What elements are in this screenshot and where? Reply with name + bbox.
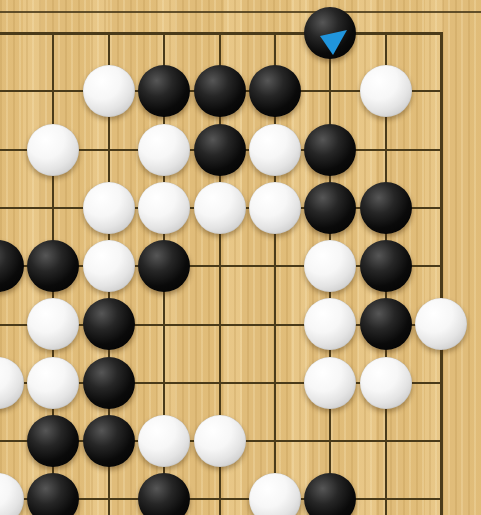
intersection-c7-r5[interactable] <box>358 295 413 353</box>
intersection-c8-r0[interactable] <box>413 4 468 62</box>
intersection-c1-r1[interactable] <box>26 62 81 120</box>
intersection-c2-r4[interactable] <box>81 237 136 295</box>
intersection-c5-r6[interactable] <box>247 354 302 412</box>
intersection-c7-r0[interactable] <box>358 4 413 62</box>
intersection-c7-r2[interactable] <box>358 120 413 178</box>
intersection-c6-r7[interactable] <box>303 412 358 470</box>
white-stone <box>27 357 79 409</box>
black-stone <box>83 415 135 467</box>
white-stone <box>304 240 356 292</box>
intersection-c0-r4[interactable] <box>0 237 26 295</box>
intersection-c2-r6[interactable] <box>81 354 136 412</box>
intersection-c7-r4[interactable] <box>358 237 413 295</box>
white-stone <box>138 415 190 467</box>
intersection-c6-r2[interactable] <box>303 120 358 178</box>
white-stone <box>304 357 356 409</box>
white-stone <box>360 65 412 117</box>
intersection-c0-r8[interactable] <box>0 470 26 515</box>
black-stone <box>27 415 79 467</box>
board-grid <box>0 4 469 515</box>
intersection-c7-r6[interactable] <box>358 354 413 412</box>
intersection-c4-r3[interactable] <box>192 179 247 237</box>
intersection-c8-r3[interactable] <box>413 179 468 237</box>
intersection-c6-r5[interactable] <box>303 295 358 353</box>
intersection-c1-r5[interactable] <box>26 295 81 353</box>
black-stone <box>194 124 246 176</box>
intersection-c6-r4[interactable] <box>303 237 358 295</box>
intersection-c4-r8[interactable] <box>192 470 247 515</box>
intersection-c5-r1[interactable] <box>247 62 302 120</box>
intersection-c3-r8[interactable] <box>136 470 191 515</box>
intersection-c2-r1[interactable] <box>81 62 136 120</box>
intersection-c8-r2[interactable] <box>413 120 468 178</box>
black-stone <box>360 298 412 350</box>
black-stone <box>83 357 135 409</box>
intersection-c1-r0[interactable] <box>26 4 81 62</box>
black-stone <box>360 240 412 292</box>
intersection-c1-r2[interactable] <box>26 120 81 178</box>
black-stone <box>138 240 190 292</box>
intersection-c5-r7[interactable] <box>247 412 302 470</box>
intersection-c5-r8[interactable] <box>247 470 302 515</box>
white-stone <box>138 124 190 176</box>
intersection-c0-r0[interactable] <box>0 4 26 62</box>
black-stone <box>360 182 412 234</box>
intersection-c8-r4[interactable] <box>413 237 468 295</box>
white-stone <box>83 65 135 117</box>
intersection-c4-r2[interactable] <box>192 120 247 178</box>
intersection-c8-r8[interactable] <box>413 470 468 515</box>
intersection-c8-r7[interactable] <box>413 412 468 470</box>
white-stone <box>27 124 79 176</box>
black-stone <box>83 298 135 350</box>
intersection-c5-r5[interactable] <box>247 295 302 353</box>
intersection-c5-r0[interactable] <box>247 4 302 62</box>
intersection-c7-r1[interactable] <box>358 62 413 120</box>
intersection-c5-r2[interactable] <box>247 120 302 178</box>
intersection-c6-r3[interactable] <box>303 179 358 237</box>
white-stone <box>0 473 24 515</box>
white-stone <box>304 298 356 350</box>
white-stone <box>27 298 79 350</box>
intersection-c7-r8[interactable] <box>358 470 413 515</box>
intersection-c5-r3[interactable] <box>247 179 302 237</box>
black-stone <box>304 7 356 59</box>
intersection-c3-r6[interactable] <box>136 354 191 412</box>
black-stone <box>138 65 190 117</box>
intersection-c2-r8[interactable] <box>81 470 136 515</box>
intersection-c1-r3[interactable] <box>26 179 81 237</box>
intersection-c4-r5[interactable] <box>192 295 247 353</box>
intersection-c0-r1[interactable] <box>0 62 26 120</box>
intersection-c3-r7[interactable] <box>136 412 191 470</box>
white-stone <box>194 415 246 467</box>
intersection-c5-r4[interactable] <box>247 237 302 295</box>
last-move-marker-icon <box>304 7 356 59</box>
intersection-c0-r7[interactable] <box>0 412 26 470</box>
intersection-c0-r6[interactable] <box>0 354 26 412</box>
intersection-c3-r1[interactable] <box>136 62 191 120</box>
intersection-c3-r5[interactable] <box>136 295 191 353</box>
intersection-c6-r0[interactable] <box>303 4 358 62</box>
intersection-c7-r3[interactable] <box>358 179 413 237</box>
intersection-c1-r8[interactable] <box>26 470 81 515</box>
black-stone <box>194 65 246 117</box>
white-stone <box>138 182 190 234</box>
white-stone <box>194 182 246 234</box>
white-stone <box>83 240 135 292</box>
intersection-c3-r3[interactable] <box>136 179 191 237</box>
intersection-c4-r6[interactable] <box>192 354 247 412</box>
intersection-c1-r7[interactable] <box>26 412 81 470</box>
black-stone <box>27 240 79 292</box>
white-stone <box>415 298 467 350</box>
intersection-c6-r6[interactable] <box>303 354 358 412</box>
black-stone <box>304 182 356 234</box>
black-stone <box>304 473 356 515</box>
go-board[interactable] <box>0 0 481 515</box>
intersection-c4-r7[interactable] <box>192 412 247 470</box>
intersection-c4-r4[interactable] <box>192 237 247 295</box>
intersection-c2-r5[interactable] <box>81 295 136 353</box>
intersection-c2-r0[interactable] <box>81 4 136 62</box>
white-stone <box>249 473 301 515</box>
intersection-c1-r6[interactable] <box>26 354 81 412</box>
black-stone <box>27 473 79 515</box>
black-stone <box>0 240 24 292</box>
intersection-c3-r0[interactable] <box>136 4 191 62</box>
black-stone <box>304 124 356 176</box>
intersection-c8-r1[interactable] <box>413 62 468 120</box>
intersection-c6-r8[interactable] <box>303 470 358 515</box>
black-stone <box>138 473 190 515</box>
white-stone <box>0 357 24 409</box>
intersection-c3-r4[interactable] <box>136 237 191 295</box>
black-stone <box>249 65 301 117</box>
intersection-c7-r7[interactable] <box>358 412 413 470</box>
white-stone <box>249 182 301 234</box>
intersection-c4-r0[interactable] <box>192 4 247 62</box>
intersection-c0-r2[interactable] <box>0 120 26 178</box>
intersection-c0-r3[interactable] <box>0 179 26 237</box>
intersection-c6-r1[interactable] <box>303 62 358 120</box>
white-stone <box>360 357 412 409</box>
intersection-c2-r2[interactable] <box>81 120 136 178</box>
white-stone <box>83 182 135 234</box>
intersection-c4-r1[interactable] <box>192 62 247 120</box>
intersection-c2-r3[interactable] <box>81 179 136 237</box>
white-stone <box>249 124 301 176</box>
intersection-c1-r4[interactable] <box>26 237 81 295</box>
intersection-c8-r6[interactable] <box>413 354 468 412</box>
intersection-c8-r5[interactable] <box>413 295 468 353</box>
intersection-c0-r5[interactable] <box>0 295 26 353</box>
intersection-c3-r2[interactable] <box>136 120 191 178</box>
intersection-c2-r7[interactable] <box>81 412 136 470</box>
